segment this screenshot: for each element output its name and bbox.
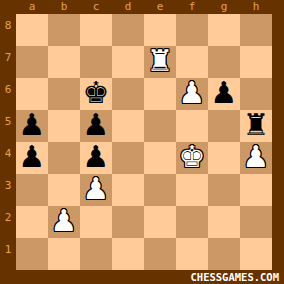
square-c1 bbox=[80, 238, 112, 270]
piece-black-pawn-g6: ♟ bbox=[211, 78, 238, 108]
piece-white-king-f4: ♚ bbox=[179, 142, 206, 172]
file-label-a: a bbox=[16, 1, 48, 13]
square-b7 bbox=[48, 46, 80, 78]
square-e7: ♜ bbox=[144, 46, 176, 78]
rank-label-2: 2 bbox=[0, 212, 16, 224]
square-c3: ♟ bbox=[80, 174, 112, 206]
square-a2 bbox=[16, 206, 48, 238]
square-h2 bbox=[240, 206, 272, 238]
square-g6: ♟ bbox=[208, 78, 240, 110]
square-d8 bbox=[112, 14, 144, 46]
square-b8 bbox=[48, 14, 80, 46]
square-g3 bbox=[208, 174, 240, 206]
square-e8 bbox=[144, 14, 176, 46]
square-f6: ♟ bbox=[176, 78, 208, 110]
square-h1 bbox=[240, 238, 272, 270]
square-e1 bbox=[144, 238, 176, 270]
square-a3 bbox=[16, 174, 48, 206]
site-watermark: CHESSGAMES.COM bbox=[190, 271, 279, 283]
rank-label-1: 1 bbox=[0, 244, 16, 256]
file-label-h: h bbox=[240, 1, 272, 13]
square-b1 bbox=[48, 238, 80, 270]
square-e6 bbox=[144, 78, 176, 110]
file-label-f: f bbox=[176, 1, 208, 13]
square-d2 bbox=[112, 206, 144, 238]
piece-black-pawn-a5: ♟ bbox=[19, 110, 46, 140]
square-a4: ♟ bbox=[16, 142, 48, 174]
rank-label-3: 3 bbox=[0, 180, 16, 192]
file-label-d: d bbox=[112, 1, 144, 13]
rank-label-8: 8 bbox=[0, 20, 16, 32]
piece-white-pawn-c3: ♟ bbox=[83, 174, 110, 204]
square-h7 bbox=[240, 46, 272, 78]
square-g5 bbox=[208, 110, 240, 142]
square-f4: ♚ bbox=[176, 142, 208, 174]
square-c6: ♚ bbox=[80, 78, 112, 110]
piece-white-pawn-b2: ♟ bbox=[51, 206, 78, 236]
piece-black-king-c6: ♚ bbox=[83, 78, 110, 108]
piece-black-pawn-a4: ♟ bbox=[19, 142, 46, 172]
rank-label-5: 5 bbox=[0, 116, 16, 128]
square-c2 bbox=[80, 206, 112, 238]
square-h8 bbox=[240, 14, 272, 46]
square-f5 bbox=[176, 110, 208, 142]
square-b2: ♟ bbox=[48, 206, 80, 238]
square-f8 bbox=[176, 14, 208, 46]
square-c4: ♟ bbox=[80, 142, 112, 174]
square-a7 bbox=[16, 46, 48, 78]
chess-board: ♜♚♟♟♟♟♜♟♟♚♟♟♟ bbox=[16, 14, 272, 270]
square-a1 bbox=[16, 238, 48, 270]
square-d1 bbox=[112, 238, 144, 270]
square-a5: ♟ bbox=[16, 110, 48, 142]
piece-white-pawn-h4: ♟ bbox=[243, 142, 270, 172]
square-f1 bbox=[176, 238, 208, 270]
file-label-g: g bbox=[208, 1, 240, 13]
square-e3 bbox=[144, 174, 176, 206]
square-c8 bbox=[80, 14, 112, 46]
square-g2 bbox=[208, 206, 240, 238]
square-d4 bbox=[112, 142, 144, 174]
square-e5 bbox=[144, 110, 176, 142]
square-h5: ♜ bbox=[240, 110, 272, 142]
square-h4: ♟ bbox=[240, 142, 272, 174]
file-label-e: e bbox=[144, 1, 176, 13]
square-c5: ♟ bbox=[80, 110, 112, 142]
square-g1 bbox=[208, 238, 240, 270]
square-d6 bbox=[112, 78, 144, 110]
square-b5 bbox=[48, 110, 80, 142]
square-h3 bbox=[240, 174, 272, 206]
rank-label-6: 6 bbox=[0, 84, 16, 96]
rank-label-4: 4 bbox=[0, 148, 16, 160]
square-f2 bbox=[176, 206, 208, 238]
piece-white-pawn-f6: ♟ bbox=[179, 78, 206, 108]
square-f7 bbox=[176, 46, 208, 78]
square-d5 bbox=[112, 110, 144, 142]
square-g8 bbox=[208, 14, 240, 46]
square-h6 bbox=[240, 78, 272, 110]
square-e2 bbox=[144, 206, 176, 238]
chess-board-diagram[interactable]: abcdefgh 87654321 ♜♚♟♟♟♟♜♟♟♚♟♟♟ CHESSGAM… bbox=[0, 0, 284, 284]
piece-white-rook-e7: ♜ bbox=[147, 46, 174, 76]
square-g7 bbox=[208, 46, 240, 78]
square-d3 bbox=[112, 174, 144, 206]
square-e4 bbox=[144, 142, 176, 174]
piece-black-rook-h5: ♜ bbox=[243, 110, 270, 140]
square-d7 bbox=[112, 46, 144, 78]
rank-label-7: 7 bbox=[0, 52, 16, 64]
square-a6 bbox=[16, 78, 48, 110]
square-g4 bbox=[208, 142, 240, 174]
piece-black-pawn-c5: ♟ bbox=[83, 110, 110, 140]
square-c7 bbox=[80, 46, 112, 78]
square-b6 bbox=[48, 78, 80, 110]
square-f3 bbox=[176, 174, 208, 206]
square-b4 bbox=[48, 142, 80, 174]
square-b3 bbox=[48, 174, 80, 206]
file-label-b: b bbox=[48, 1, 80, 13]
file-label-c: c bbox=[80, 1, 112, 13]
piece-black-pawn-c4: ♟ bbox=[83, 142, 110, 172]
square-a8 bbox=[16, 14, 48, 46]
